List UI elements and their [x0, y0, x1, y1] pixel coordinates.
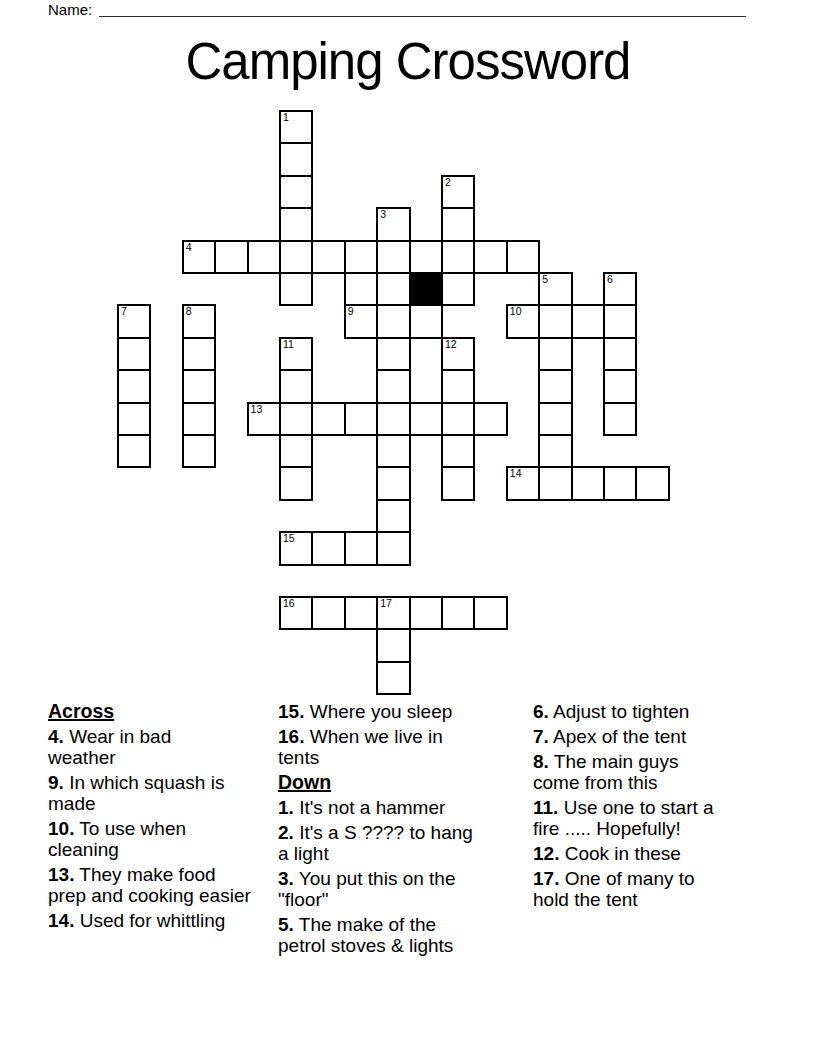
clue-number: 4 — [186, 241, 192, 253]
clue-column-1: Across4. Wear in bad weather9. In which … — [48, 701, 280, 931]
clue-5: 5. The make of the petrol stoves & light… — [278, 914, 502, 956]
clue-10: 10. To use when cleaning — [48, 818, 280, 860]
grid-cell[interactable] — [571, 466, 605, 500]
grid-cell[interactable] — [409, 596, 443, 630]
grid-cell[interactable] — [376, 272, 410, 306]
grid-cell[interactable] — [311, 240, 345, 274]
grid-cell[interactable] — [538, 337, 572, 371]
grid-cell[interactable] — [279, 402, 313, 436]
clue-8: 8. The main guys come from this — [533, 751, 757, 793]
grid-cell[interactable] — [441, 434, 475, 468]
clue-number-label: 12. — [533, 843, 559, 864]
clue-number-label: 8. — [533, 751, 549, 772]
grid-cell[interactable] — [279, 434, 313, 468]
grid-cell[interactable]: 7 — [117, 304, 151, 338]
grid-cell[interactable] — [441, 272, 475, 306]
grid-cell[interactable] — [473, 240, 507, 274]
grid-cell[interactable] — [117, 402, 151, 436]
grid-cell[interactable] — [441, 596, 475, 630]
grid-cell[interactable] — [279, 175, 313, 209]
clue-number-label: 17. — [533, 868, 559, 889]
grid-cell[interactable] — [311, 531, 345, 565]
clue-number-label: 3. — [278, 868, 294, 889]
grid-cell[interactable] — [538, 304, 572, 338]
grid-cell[interactable] — [344, 531, 378, 565]
grid-cell[interactable] — [117, 337, 151, 371]
clue-text: Where you sleep — [310, 701, 453, 722]
grid-cell[interactable] — [538, 466, 572, 500]
name-fill-in-line[interactable] — [99, 1, 746, 17]
clue-number: 8 — [186, 305, 192, 317]
grid-cell[interactable] — [441, 402, 475, 436]
grid-cell[interactable]: 10 — [506, 304, 540, 338]
clue-number: 13 — [251, 403, 263, 415]
puzzle-title: Camping Crossword — [0, 33, 816, 90]
clue-text: It's not a hammer — [299, 797, 445, 818]
clue-number: 17 — [380, 597, 392, 609]
grid-cell[interactable] — [376, 628, 410, 662]
grid-cell[interactable] — [603, 337, 637, 371]
grid-cell[interactable]: 9 — [344, 304, 378, 338]
grid-cell[interactable]: 16 — [279, 596, 313, 630]
clue-2: 2. It's a S ???? to hang a light — [278, 822, 502, 864]
clue-number-label: 9. — [48, 772, 64, 793]
grid-cell[interactable]: 1 — [279, 110, 313, 144]
clue-3: 3. You put this on the "floor" — [278, 868, 502, 910]
grid-cell[interactable] — [441, 369, 475, 403]
grid-cell[interactable] — [117, 434, 151, 468]
grid-cell[interactable] — [182, 369, 216, 403]
grid-cell[interactable] — [182, 337, 216, 371]
clue-16: 16. When we live in tents — [278, 726, 502, 768]
clue-number-label: 10. — [48, 818, 74, 839]
grid-cell[interactable] — [409, 402, 443, 436]
black-cell — [409, 272, 443, 306]
grid-cell[interactable] — [538, 434, 572, 468]
grid-cell[interactable]: 14 — [506, 466, 540, 500]
grid-cell[interactable]: 15 — [279, 531, 313, 565]
clue-text: Used for whittling — [80, 910, 226, 931]
grid-cell[interactable] — [409, 304, 443, 338]
grid-cell[interactable] — [538, 369, 572, 403]
grid-cell[interactable] — [344, 596, 378, 630]
clue-7: 7. Apex of the tent — [533, 726, 757, 747]
clue-text: Use one to start a fire ..... Hopefully! — [533, 797, 714, 839]
grid-cell[interactable] — [376, 466, 410, 500]
clue-11: 11. Use one to start a fire ..... Hopefu… — [533, 797, 757, 839]
clue-text: The make of the petrol stoves & lights — [278, 914, 453, 956]
clue-number: 14 — [510, 467, 522, 479]
clue-number-label: 14. — [48, 910, 74, 931]
clue-number-label: 5. — [278, 914, 294, 935]
grid-cell[interactable]: 6 — [603, 272, 637, 306]
grid-cell[interactable] — [344, 402, 378, 436]
grid-cell[interactable] — [473, 402, 507, 436]
grid-cell[interactable]: 3 — [376, 207, 410, 241]
grid-cell[interactable] — [182, 434, 216, 468]
clue-number: 6 — [607, 273, 613, 285]
grid-cell[interactable]: 2 — [441, 175, 475, 209]
clue-number: 9 — [348, 305, 354, 317]
grid-cell[interactable] — [603, 466, 637, 500]
clue-text: The main guys come from this — [533, 751, 678, 793]
grid-cell[interactable]: 5 — [538, 272, 572, 306]
grid-cell[interactable] — [376, 499, 410, 533]
grid-cell[interactable] — [376, 402, 410, 436]
grid-cell[interactable] — [603, 304, 637, 338]
grid-cell[interactable]: 12 — [441, 337, 475, 371]
grid-cell[interactable] — [376, 337, 410, 371]
clue-heading-across: Across — [48, 701, 280, 722]
grid-cell[interactable] — [409, 240, 443, 274]
clue-number: 7 — [121, 305, 127, 317]
clue-number: 11 — [283, 338, 294, 350]
clue-text: Wear in bad weather — [48, 726, 171, 768]
grid-cell[interactable] — [376, 304, 410, 338]
clue-14: 14. Used for whittling — [48, 910, 280, 931]
grid-cell[interactable] — [441, 207, 475, 241]
grid-cell[interactable] — [279, 466, 313, 500]
clue-number: 3 — [380, 208, 386, 220]
grid-cell[interactable]: 11 — [279, 337, 313, 371]
grid-cell[interactable] — [571, 304, 605, 338]
clue-number-label: 6. — [533, 701, 549, 722]
clue-text: Adjust to tighten — [553, 701, 689, 722]
clue-text: Cook in these — [565, 843, 681, 864]
grid-cell[interactable] — [441, 466, 475, 500]
grid-cell[interactable] — [344, 272, 378, 306]
clue-text: You put this on the "floor" — [278, 868, 456, 910]
grid-cell[interactable] — [311, 596, 345, 630]
grid-cell[interactable] — [117, 369, 151, 403]
grid-cell[interactable] — [214, 240, 248, 274]
grid-cell[interactable] — [538, 402, 572, 436]
clue-number: 5 — [542, 273, 548, 285]
grid-cell[interactable] — [279, 142, 313, 176]
clue-heading-down: Down — [278, 772, 502, 793]
grid-cell[interactable] — [279, 369, 313, 403]
clue-number: 12 — [445, 338, 457, 350]
clue-number: 15 — [283, 532, 295, 544]
clue-text: In which squash is made — [48, 772, 224, 814]
grid-cell[interactable] — [344, 240, 378, 274]
name-label: Name: — [48, 1, 92, 18]
grid-cell[interactable]: 17 — [376, 596, 410, 630]
grid-cell[interactable] — [376, 369, 410, 403]
clue-13: 13. They make food prep and cooking easi… — [48, 864, 280, 906]
grid-cell[interactable] — [376, 661, 410, 695]
grid-cell[interactable] — [603, 402, 637, 436]
grid-cell[interactable]: 8 — [182, 304, 216, 338]
clue-17: 17. One of many to hold the tent — [533, 868, 757, 910]
grid-cell[interactable] — [635, 466, 669, 500]
grid-cell[interactable] — [279, 207, 313, 241]
clue-number: 10 — [510, 305, 522, 317]
clue-number-label: 15. — [278, 701, 304, 722]
clue-number-label: 1. — [278, 797, 294, 818]
grid-cell[interactable] — [376, 531, 410, 565]
clue-number: 1 — [283, 111, 289, 123]
grid-cell[interactable] — [279, 240, 313, 274]
clue-number-label: 11. — [533, 797, 558, 818]
clue-6: 6. Adjust to tighten — [533, 701, 757, 722]
clue-15: 15. Where you sleep — [278, 701, 502, 722]
grid-cell[interactable] — [603, 369, 637, 403]
clue-number-label: 7. — [533, 726, 549, 747]
grid-cell[interactable] — [441, 240, 475, 274]
clue-text: It's a S ???? to hang a light — [278, 822, 473, 864]
clue-1: 1. It's not a hammer — [278, 797, 502, 818]
clue-number-label: 4. — [48, 726, 64, 747]
grid-cell[interactable]: 4 — [182, 240, 216, 274]
grid-cell[interactable] — [376, 240, 410, 274]
grid-cell[interactable] — [182, 402, 216, 436]
clue-number-label: 2. — [278, 822, 294, 843]
worksheet-page: Name: Camping Crossword 1234567891011121… — [0, 0, 816, 1056]
clue-12: 12. Cook in these — [533, 843, 757, 864]
grid-cell[interactable] — [311, 402, 345, 436]
clue-number-label: 13. — [48, 864, 74, 885]
clue-column-2: 15. Where you sleep16. When we live in t… — [278, 701, 502, 956]
grid-cell[interactable] — [279, 272, 313, 306]
clue-number: 16 — [283, 597, 295, 609]
clue-number: 2 — [445, 176, 451, 188]
grid-cell[interactable]: 13 — [247, 402, 281, 436]
grid-cell[interactable] — [376, 434, 410, 468]
grid-cell[interactable] — [506, 240, 540, 274]
grid-cell[interactable] — [247, 240, 281, 274]
clue-4: 4. Wear in bad weather — [48, 726, 280, 768]
clue-text: They make food prep and cooking easier — [48, 864, 251, 906]
clue-text: Apex of the tent — [553, 726, 686, 747]
clue-number-label: 16. — [278, 726, 304, 747]
clue-9: 9. In which squash is made — [48, 772, 280, 814]
clue-column-3: 6. Adjust to tighten7. Apex of the tent8… — [533, 701, 757, 910]
grid-cell[interactable] — [473, 596, 507, 630]
